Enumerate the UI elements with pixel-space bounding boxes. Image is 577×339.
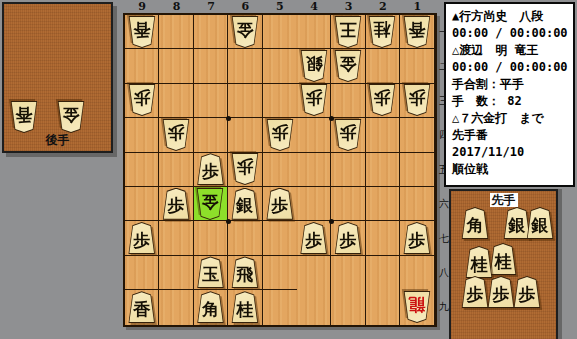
square-69[interactable]: 桂 — [228, 290, 262, 324]
square-74[interactable] — [194, 118, 228, 152]
square-28[interactable] — [366, 256, 400, 290]
square-27[interactable] — [366, 221, 400, 255]
square-68[interactable]: 飛 — [228, 256, 262, 290]
piece-歩-gote[interactable]: 歩 — [333, 119, 363, 151]
square-88[interactable] — [159, 256, 193, 290]
square-51[interactable] — [263, 15, 297, 49]
piece-歩-sente[interactable]: 歩 — [195, 153, 225, 185]
square-32[interactable]: 金 — [331, 49, 365, 83]
square-16[interactable] — [400, 187, 434, 221]
square-87[interactable] — [159, 221, 193, 255]
piece-香-gote[interactable]: 香 — [402, 16, 432, 48]
piece-桂-sente[interactable]: 桂 — [230, 291, 260, 323]
info-line-5: 手合割：平手 — [446, 76, 573, 93]
piece-歩-gote[interactable]: 歩 — [265, 119, 295, 151]
hand-piece-角-sente[interactable]: 角 — [460, 207, 490, 239]
hand-piece-桂-sente[interactable]: 桂 — [464, 246, 494, 278]
piece-歩-gote[interactable]: 歩 — [230, 153, 260, 185]
square-23[interactable]: 歩 — [366, 84, 400, 118]
info-line-4: 00:00 / 00:00:00 — [446, 59, 573, 76]
square-13[interactable]: 歩 — [400, 84, 434, 118]
square-41[interactable] — [297, 15, 331, 49]
piece-歩-sente[interactable]: 歩 — [127, 222, 157, 254]
square-97[interactable]: 歩 — [125, 221, 159, 255]
hand-piece-金-gote[interactable]: 金 — [56, 101, 86, 133]
square-72[interactable] — [194, 49, 228, 83]
square-61[interactable]: 金 — [228, 15, 262, 49]
square-64[interactable] — [228, 118, 262, 152]
square-24[interactable] — [366, 118, 400, 152]
piece-歩-sente[interactable]: 歩 — [265, 188, 295, 220]
square-12[interactable] — [400, 49, 434, 83]
square-48[interactable] — [297, 256, 331, 290]
square-18[interactable] — [400, 256, 434, 290]
square-95[interactable] — [125, 153, 159, 187]
file-label-8: 8 — [159, 0, 193, 13]
square-56[interactable]: 歩 — [263, 187, 297, 221]
square-65[interactable]: 歩 — [228, 153, 262, 187]
sente-hand-tray: 先手 角銀銀桂桂歩歩歩 — [449, 189, 558, 339]
square-81[interactable] — [159, 15, 193, 49]
square-14[interactable] — [400, 118, 434, 152]
square-94[interactable] — [125, 118, 159, 152]
square-57[interactable] — [263, 221, 297, 255]
square-79[interactable]: 角 — [194, 290, 228, 324]
hoshi-dot — [226, 116, 231, 121]
square-37[interactable]: 歩 — [331, 221, 365, 255]
square-43[interactable]: 歩 — [297, 84, 331, 118]
square-15[interactable] — [400, 153, 434, 187]
square-36[interactable] — [331, 187, 365, 221]
piece-歩-sente[interactable]: 歩 — [161, 188, 191, 220]
square-71[interactable] — [194, 15, 228, 49]
file-label-9: 9 — [125, 0, 159, 13]
piece-金-gote[interactable]: 金 — [230, 16, 260, 48]
square-73[interactable] — [194, 84, 228, 118]
piece-金-gote[interactable]: 金 — [195, 188, 225, 220]
piece-角-sente[interactable]: 角 — [195, 291, 225, 323]
square-44[interactable] — [297, 118, 331, 152]
piece-歩-sente[interactable]: 歩 — [299, 222, 329, 254]
square-47[interactable]: 歩 — [297, 221, 331, 255]
info-line-3: △渡辺 明 竜王 — [446, 42, 573, 59]
info-line-8: 先手番 — [446, 127, 573, 144]
square-33[interactable] — [331, 84, 365, 118]
square-82[interactable] — [159, 49, 193, 83]
file-label-4: 4 — [297, 0, 331, 13]
info-line-2: 00:00 / 00:00:00 — [446, 25, 573, 42]
info-line-9: 2017/11/10 — [446, 144, 573, 161]
square-84[interactable]: 歩 — [159, 118, 193, 152]
hand-piece-香-gote[interactable]: 香 — [9, 101, 39, 133]
piece-金-gote[interactable]: 金 — [333, 50, 363, 82]
file-label-3: 3 — [331, 0, 365, 13]
square-93[interactable]: 歩 — [125, 84, 159, 118]
square-34[interactable]: 歩 — [331, 118, 365, 152]
square-29[interactable] — [366, 290, 400, 324]
square-53[interactable] — [263, 84, 297, 118]
square-96[interactable] — [125, 187, 159, 221]
piece-龍-gote[interactable]: 龍 — [402, 291, 432, 323]
game-info-panel: ▲行方尚史 八段00:00 / 00:00:00△渡辺 明 竜王00:00 / … — [444, 2, 575, 187]
square-35[interactable] — [331, 153, 365, 187]
piece-歩-sente[interactable]: 歩 — [333, 222, 363, 254]
square-49[interactable] — [297, 290, 331, 324]
file-label-1: 1 — [400, 0, 434, 13]
square-25[interactable] — [366, 153, 400, 187]
square-38[interactable] — [331, 256, 365, 290]
square-99[interactable]: 香 — [125, 290, 159, 324]
info-line-10: 順位戦 — [446, 161, 573, 178]
piece-銀-gote[interactable]: 銀 — [299, 50, 329, 82]
piece-歩-gote[interactable]: 歩 — [299, 84, 329, 116]
info-line-7: △７六金打 まで — [446, 110, 573, 127]
piece-歩-gote[interactable]: 歩 — [367, 84, 397, 116]
square-45[interactable] — [297, 153, 331, 187]
gote-hand-tray: 後手 香金 — [2, 2, 113, 153]
shogi-board: 香金王桂香銀金歩歩歩歩歩歩歩歩歩歩金銀歩歩歩歩歩玉飛香角桂龍 — [123, 13, 437, 327]
square-98[interactable] — [125, 256, 159, 290]
piece-玉-sente[interactable]: 玉 — [195, 256, 225, 288]
square-11[interactable]: 香 — [400, 15, 434, 49]
square-78[interactable]: 玉 — [194, 256, 228, 290]
hoshi-dot — [226, 219, 231, 224]
square-58[interactable] — [263, 256, 297, 290]
square-67[interactable] — [228, 221, 262, 255]
file-label-5: 5 — [263, 0, 297, 13]
shogi-app-window: 後手 香金 987654321 香金王桂香銀金歩歩歩歩歩歩歩歩歩歩金銀歩歩歩歩歩… — [0, 0, 577, 339]
piece-桂-gote[interactable]: 桂 — [367, 16, 397, 48]
square-59[interactable] — [263, 290, 297, 324]
square-54[interactable]: 歩 — [263, 118, 297, 152]
square-86[interactable]: 歩 — [159, 187, 193, 221]
piece-銀-sente[interactable]: 銀 — [230, 188, 260, 220]
square-52[interactable] — [263, 49, 297, 83]
square-31[interactable]: 王 — [331, 15, 365, 49]
hand-piece-歩-sente[interactable]: 歩 — [512, 276, 542, 308]
square-83[interactable] — [159, 84, 193, 118]
info-line-1: ▲行方尚史 八段 — [446, 8, 573, 25]
file-label-2: 2 — [366, 0, 400, 13]
file-labels: 987654321 — [125, 0, 435, 13]
file-label-7: 7 — [194, 0, 228, 13]
piece-歩-gote[interactable]: 歩 — [402, 84, 432, 116]
square-55[interactable] — [263, 153, 297, 187]
piece-歩-gote[interactable]: 歩 — [161, 119, 191, 151]
hoshi-dot — [329, 219, 334, 224]
piece-飛-sente[interactable]: 飛 — [230, 256, 260, 288]
piece-香-gote[interactable]: 香 — [127, 16, 157, 48]
square-66[interactable]: 銀 — [228, 187, 262, 221]
hand-piece-銀-sente[interactable]: 銀 — [525, 207, 555, 239]
square-77[interactable] — [194, 221, 228, 255]
file-label-6: 6 — [228, 0, 262, 13]
square-21[interactable]: 桂 — [366, 15, 400, 49]
piece-歩-gote[interactable]: 歩 — [127, 84, 157, 116]
piece-香-sente[interactable]: 香 — [127, 291, 157, 323]
square-92[interactable] — [125, 49, 159, 83]
square-17[interactable]: 歩 — [400, 221, 434, 255]
square-75[interactable]: 歩 — [194, 153, 228, 187]
info-line-6: 手 数： 82 — [446, 93, 573, 110]
piece-歩-sente[interactable]: 歩 — [402, 222, 432, 254]
square-91[interactable]: 香 — [125, 15, 159, 49]
hoshi-dot — [329, 116, 334, 121]
square-89[interactable] — [159, 290, 193, 324]
square-46[interactable] — [297, 187, 331, 221]
square-19[interactable]: 龍 — [400, 290, 434, 324]
square-85[interactable] — [159, 153, 193, 187]
square-63[interactable] — [228, 84, 262, 118]
square-62[interactable] — [228, 49, 262, 83]
square-42[interactable]: 銀 — [297, 49, 331, 83]
piece-王-gote[interactable]: 王 — [333, 16, 363, 48]
gote-hand-label: 後手 — [4, 132, 111, 149]
square-76[interactable]: 金 — [194, 187, 228, 221]
square-39[interactable] — [331, 290, 365, 324]
square-22[interactable] — [366, 49, 400, 83]
square-26[interactable] — [366, 187, 400, 221]
